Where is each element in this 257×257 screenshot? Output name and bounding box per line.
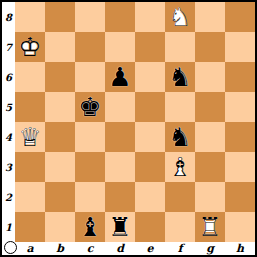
file-label: h	[225, 242, 255, 255]
square-a3[interactable]	[15, 152, 45, 182]
chess-board: ♞♘♚♔♟♞♚♛♕♞♝♗♝♜♜♖	[15, 2, 255, 242]
square-b4[interactable]	[45, 122, 75, 152]
black-rook-d1[interactable]: ♜	[105, 212, 135, 242]
square-g2[interactable]	[195, 182, 225, 212]
square-a2[interactable]	[15, 182, 45, 212]
square-d5[interactable]	[105, 92, 135, 122]
square-f6[interactable]: ♞	[165, 62, 195, 92]
square-f7[interactable]	[165, 32, 195, 62]
square-e3[interactable]	[135, 152, 165, 182]
square-c4[interactable]	[75, 122, 105, 152]
square-g4[interactable]	[195, 122, 225, 152]
chess-diagram: 87654321 ♞♘♚♔♟♞♚♛♕♞♝♗♝♜♜♖ abcdefgh	[0, 0, 257, 257]
white-rook-g1[interactable]: ♖	[195, 212, 225, 242]
rank-label: 7	[2, 32, 15, 62]
white-queen-a4-fill: ♛	[15, 122, 45, 152]
square-h8[interactable]	[225, 2, 255, 32]
white-king-a7-fill: ♚	[15, 32, 45, 62]
square-g1[interactable]: ♜♖	[195, 212, 225, 242]
square-b6[interactable]	[45, 62, 75, 92]
square-f5[interactable]	[165, 92, 195, 122]
square-c2[interactable]	[75, 182, 105, 212]
square-e6[interactable]	[135, 62, 165, 92]
rank-label: 3	[2, 152, 15, 182]
square-h5[interactable]	[225, 92, 255, 122]
file-label: d	[105, 242, 135, 255]
square-b2[interactable]	[45, 182, 75, 212]
square-h2[interactable]	[225, 182, 255, 212]
square-b3[interactable]	[45, 152, 75, 182]
square-b1[interactable]	[45, 212, 75, 242]
square-e4[interactable]	[135, 122, 165, 152]
square-d6[interactable]: ♟	[105, 62, 135, 92]
square-g5[interactable]	[195, 92, 225, 122]
file-label: g	[195, 242, 225, 255]
square-d1[interactable]: ♜	[105, 212, 135, 242]
square-d4[interactable]	[105, 122, 135, 152]
square-b8[interactable]	[45, 2, 75, 32]
square-c1[interactable]: ♝	[75, 212, 105, 242]
square-h1[interactable]	[225, 212, 255, 242]
black-knight-f6[interactable]: ♞	[165, 62, 195, 92]
square-d7[interactable]	[105, 32, 135, 62]
square-a8[interactable]	[15, 2, 45, 32]
square-h3[interactable]	[225, 152, 255, 182]
square-a7[interactable]: ♚♔	[15, 32, 45, 62]
square-c7[interactable]	[75, 32, 105, 62]
file-label: f	[165, 242, 195, 255]
square-f4[interactable]: ♞	[165, 122, 195, 152]
black-bishop-c1[interactable]: ♝	[75, 212, 105, 242]
rank-label: 8	[2, 2, 15, 32]
black-king-c5[interactable]: ♚	[75, 92, 105, 122]
square-f3[interactable]: ♝♗	[165, 152, 195, 182]
square-g7[interactable]	[195, 32, 225, 62]
white-knight-f8[interactable]: ♘	[165, 2, 195, 32]
white-rook-g1-fill: ♜	[195, 212, 225, 242]
square-g3[interactable]	[195, 152, 225, 182]
square-c6[interactable]	[75, 62, 105, 92]
square-e8[interactable]	[135, 2, 165, 32]
square-h7[interactable]	[225, 32, 255, 62]
white-knight-f8-fill: ♞	[165, 2, 195, 32]
black-knight-f4[interactable]: ♞	[165, 122, 195, 152]
square-b5[interactable]	[45, 92, 75, 122]
square-c3[interactable]	[75, 152, 105, 182]
square-d8[interactable]	[105, 2, 135, 32]
file-labels: abcdefgh	[15, 242, 255, 255]
white-bishop-f3-fill: ♝	[165, 152, 195, 182]
square-b7[interactable]	[45, 32, 75, 62]
black-pawn-d6[interactable]: ♟	[105, 62, 135, 92]
square-a5[interactable]	[15, 92, 45, 122]
rank-labels: 87654321	[2, 2, 15, 242]
square-g6[interactable]	[195, 62, 225, 92]
file-label: e	[135, 242, 165, 255]
rank-label: 2	[2, 182, 15, 212]
square-h4[interactable]	[225, 122, 255, 152]
square-a4[interactable]: ♛♕	[15, 122, 45, 152]
rank-label: 6	[2, 62, 15, 92]
white-queen-a4[interactable]: ♕	[15, 122, 45, 152]
square-c8[interactable]	[75, 2, 105, 32]
square-e5[interactable]	[135, 92, 165, 122]
square-f2[interactable]	[165, 182, 195, 212]
white-king-a7[interactable]: ♔	[15, 32, 45, 62]
square-g8[interactable]	[195, 2, 225, 32]
square-e7[interactable]	[135, 32, 165, 62]
square-d3[interactable]	[105, 152, 135, 182]
file-label: b	[45, 242, 75, 255]
square-f8[interactable]: ♞♘	[165, 2, 195, 32]
rank-label: 5	[2, 92, 15, 122]
file-label: a	[15, 242, 45, 255]
square-f1[interactable]	[165, 212, 195, 242]
square-d2[interactable]	[105, 182, 135, 212]
square-a6[interactable]	[15, 62, 45, 92]
square-h6[interactable]	[225, 62, 255, 92]
square-e1[interactable]	[135, 212, 165, 242]
rank-label: 4	[2, 122, 15, 152]
white-bishop-f3[interactable]: ♗	[165, 152, 195, 182]
white-to-move-indicator-circle	[4, 241, 17, 254]
square-a1[interactable]	[15, 212, 45, 242]
rank-label: 1	[2, 212, 15, 242]
square-e2[interactable]	[135, 182, 165, 212]
file-label: c	[75, 242, 105, 255]
square-c5[interactable]: ♚	[75, 92, 105, 122]
